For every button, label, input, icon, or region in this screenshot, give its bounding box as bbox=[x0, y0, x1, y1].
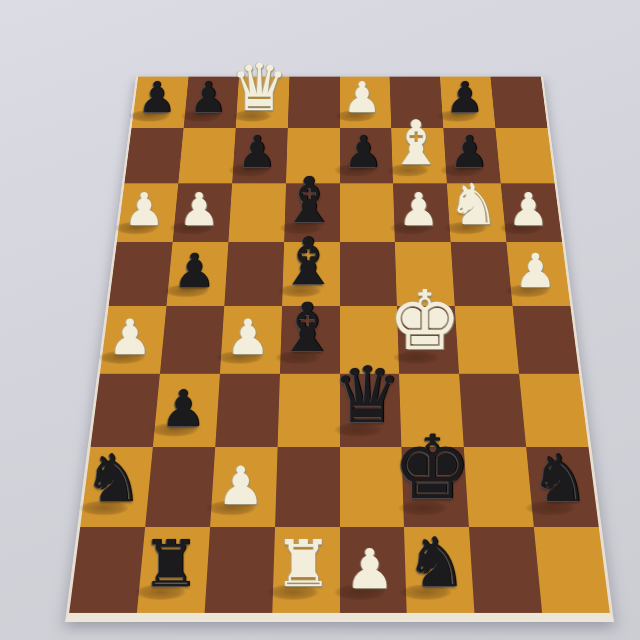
black-pawn-b3[interactable]: ♟ bbox=[161, 384, 206, 435]
black-rook-b1[interactable]: ♜ bbox=[141, 532, 199, 597]
black-knight-a2[interactable]: ♞ bbox=[84, 446, 143, 512]
black-queen-e3[interactable]: ♛ bbox=[332, 357, 402, 435]
white-bishop-f7[interactable]: ♝ bbox=[389, 113, 444, 174]
black-pawn-b8[interactable]: ♟ bbox=[189, 77, 227, 119]
white-queen-c8[interactable]: ♛ bbox=[230, 55, 288, 120]
black-pawn-c7[interactable]: ♟ bbox=[237, 130, 276, 174]
white-pawn-e1[interactable]: ♟ bbox=[345, 542, 394, 597]
white-rook-d1[interactable]: ♜ bbox=[274, 532, 332, 597]
black-pawn-e7[interactable]: ♟ bbox=[343, 130, 382, 174]
white-pawn-e8[interactable]: ♟ bbox=[343, 77, 381, 119]
photo-scene: ♟♟♛♟♟♟♟♝♟♟♟♝♟♞♟♟♝♟♟♟♝♚♟♛♞♟♚♞♜♜♟♞ bbox=[0, 0, 640, 640]
black-knight-h2[interactable]: ♞ bbox=[530, 446, 589, 512]
black-bishop-d4[interactable]: ♝ bbox=[277, 294, 338, 362]
white-knight-g6[interactable]: ♞ bbox=[448, 176, 499, 233]
white-pawn-a4[interactable]: ♟ bbox=[108, 313, 152, 362]
black-knight-f1[interactable]: ♞ bbox=[405, 528, 466, 597]
white-pawn-h5[interactable]: ♟ bbox=[515, 248, 557, 295]
black-king-f2[interactable]: ♚ bbox=[393, 424, 472, 512]
white-pawn-c4[interactable]: ♟ bbox=[226, 313, 270, 362]
pieces-layer: ♟♟♛♟♟♟♟♝♟♟♟♝♟♞♟♟♝♟♟♟♝♚♟♛♞♟♚♞♜♜♟♞ bbox=[0, 0, 640, 640]
white-pawn-a6[interactable]: ♟ bbox=[124, 187, 165, 232]
white-pawn-f6[interactable]: ♟ bbox=[399, 187, 440, 232]
black-pawn-g7[interactable]: ♟ bbox=[449, 130, 488, 174]
black-pawn-a8[interactable]: ♟ bbox=[138, 77, 176, 119]
white-pawn-c2[interactable]: ♟ bbox=[217, 460, 264, 513]
black-pawn-g8[interactable]: ♟ bbox=[446, 77, 484, 119]
black-bishop-d5[interactable]: ♝ bbox=[279, 229, 338, 294]
white-pawn-b6[interactable]: ♟ bbox=[179, 187, 220, 232]
black-pawn-b5[interactable]: ♟ bbox=[173, 248, 215, 295]
white-pawn-h6[interactable]: ♟ bbox=[508, 187, 549, 232]
